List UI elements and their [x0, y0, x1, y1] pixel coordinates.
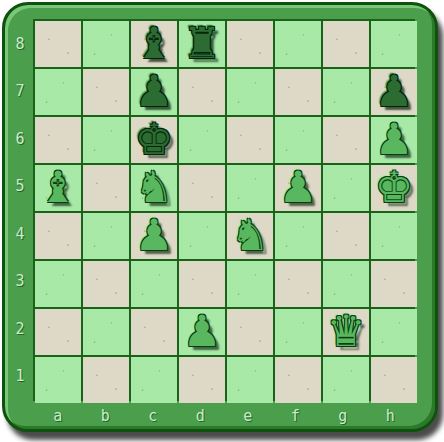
square-f1[interactable]: [275, 357, 321, 403]
square-f5[interactable]: ♟: [275, 165, 321, 211]
chessboard-frame: 87654321 ♝♜♟♟♚♟♝♞♟♚♟♞♟♛ abcdefgh: [2, 2, 438, 432]
file-label-f: f: [273, 403, 319, 429]
square-c3[interactable]: [131, 261, 177, 307]
square-c1[interactable]: [131, 357, 177, 403]
square-a3[interactable]: [35, 261, 81, 307]
square-c8[interactable]: ♝: [131, 21, 177, 67]
square-e1[interactable]: [227, 357, 273, 403]
rank-label-3: 3: [7, 259, 33, 305]
piece-white-bishop[interactable]: ♝: [39, 164, 78, 210]
square-h4[interactable]: [371, 213, 417, 259]
piece-black-pawn[interactable]: ♟: [375, 68, 414, 114]
square-e8[interactable]: [227, 21, 273, 67]
square-g7[interactable]: [323, 69, 369, 115]
file-labels: abcdefgh: [33, 403, 415, 429]
piece-white-pawn[interactable]: ♟: [135, 212, 174, 258]
square-e5[interactable]: [227, 165, 273, 211]
square-b5[interactable]: [83, 165, 129, 211]
square-g5[interactable]: [323, 165, 369, 211]
square-h1[interactable]: [371, 357, 417, 403]
square-f7[interactable]: [275, 69, 321, 115]
square-h7[interactable]: ♟: [371, 69, 417, 115]
square-c6[interactable]: ♚: [131, 117, 177, 163]
rank-label-5: 5: [7, 164, 33, 210]
square-b1[interactable]: [83, 357, 129, 403]
square-f6[interactable]: [275, 117, 321, 163]
rank-label-7: 7: [7, 69, 33, 115]
file-label-e: e: [225, 403, 271, 429]
square-a4[interactable]: [35, 213, 81, 259]
square-e6[interactable]: [227, 117, 273, 163]
square-c2[interactable]: [131, 309, 177, 355]
square-d2[interactable]: ♟: [179, 309, 225, 355]
file-label-d: d: [178, 403, 224, 429]
rank-label-2: 2: [7, 306, 33, 352]
square-b6[interactable]: [83, 117, 129, 163]
square-f2[interactable]: [275, 309, 321, 355]
square-b3[interactable]: [83, 261, 129, 307]
file-label-g: g: [320, 403, 366, 429]
piece-white-knight[interactable]: ♞: [231, 212, 270, 258]
square-g2[interactable]: ♛: [323, 309, 369, 355]
square-c4[interactable]: ♟: [131, 213, 177, 259]
square-d6[interactable]: [179, 117, 225, 163]
square-e2[interactable]: [227, 309, 273, 355]
square-h8[interactable]: [371, 21, 417, 67]
square-e3[interactable]: [227, 261, 273, 307]
square-h6[interactable]: ♟: [371, 117, 417, 163]
rank-label-1: 1: [7, 354, 33, 400]
rank-label-6: 6: [7, 116, 33, 162]
square-b8[interactable]: [83, 21, 129, 67]
chessboard: ♝♜♟♟♚♟♝♞♟♚♟♞♟♛: [33, 19, 415, 401]
piece-white-pawn[interactable]: ♟: [375, 116, 414, 162]
square-g6[interactable]: [323, 117, 369, 163]
square-a2[interactable]: [35, 309, 81, 355]
square-f8[interactable]: [275, 21, 321, 67]
rank-label-8: 8: [7, 21, 33, 67]
square-h3[interactable]: [371, 261, 417, 307]
piece-white-king[interactable]: ♚: [375, 164, 414, 210]
square-a8[interactable]: [35, 21, 81, 67]
piece-black-king[interactable]: ♚: [135, 116, 174, 162]
square-a7[interactable]: [35, 69, 81, 115]
square-d5[interactable]: [179, 165, 225, 211]
piece-black-rook[interactable]: ♜: [183, 20, 222, 66]
square-g3[interactable]: [323, 261, 369, 307]
square-f4[interactable]: [275, 213, 321, 259]
square-d3[interactable]: [179, 261, 225, 307]
piece-black-pawn[interactable]: ♟: [135, 68, 174, 114]
square-h5[interactable]: ♚: [371, 165, 417, 211]
piece-white-queen[interactable]: ♛: [327, 308, 366, 354]
piece-white-pawn[interactable]: ♟: [183, 308, 222, 354]
square-a1[interactable]: [35, 357, 81, 403]
square-b2[interactable]: [83, 309, 129, 355]
square-g1[interactable]: [323, 357, 369, 403]
square-d8[interactable]: ♜: [179, 21, 225, 67]
square-b7[interactable]: [83, 69, 129, 115]
piece-white-knight[interactable]: ♞: [135, 164, 174, 210]
square-a6[interactable]: [35, 117, 81, 163]
square-e7[interactable]: [227, 69, 273, 115]
square-g8[interactable]: [323, 21, 369, 67]
square-a5[interactable]: ♝: [35, 165, 81, 211]
square-c7[interactable]: ♟: [131, 69, 177, 115]
square-f3[interactable]: [275, 261, 321, 307]
square-g4[interactable]: [323, 213, 369, 259]
file-label-h: h: [368, 403, 414, 429]
square-e4[interactable]: ♞: [227, 213, 273, 259]
piece-white-pawn[interactable]: ♟: [279, 164, 318, 210]
rank-labels: 87654321: [7, 19, 33, 401]
page-background: 87654321 ♝♜♟♟♚♟♝♞♟♚♟♞♟♛ abcdefgh: [0, 0, 444, 442]
rank-label-4: 4: [7, 211, 33, 257]
square-d7[interactable]: [179, 69, 225, 115]
square-d1[interactable]: [179, 357, 225, 403]
square-h2[interactable]: [371, 309, 417, 355]
square-b4[interactable]: [83, 213, 129, 259]
file-label-a: a: [35, 403, 81, 429]
file-label-b: b: [83, 403, 129, 429]
file-label-c: c: [130, 403, 176, 429]
square-d4[interactable]: [179, 213, 225, 259]
square-c5[interactable]: ♞: [131, 165, 177, 211]
piece-black-bishop[interactable]: ♝: [135, 20, 174, 66]
